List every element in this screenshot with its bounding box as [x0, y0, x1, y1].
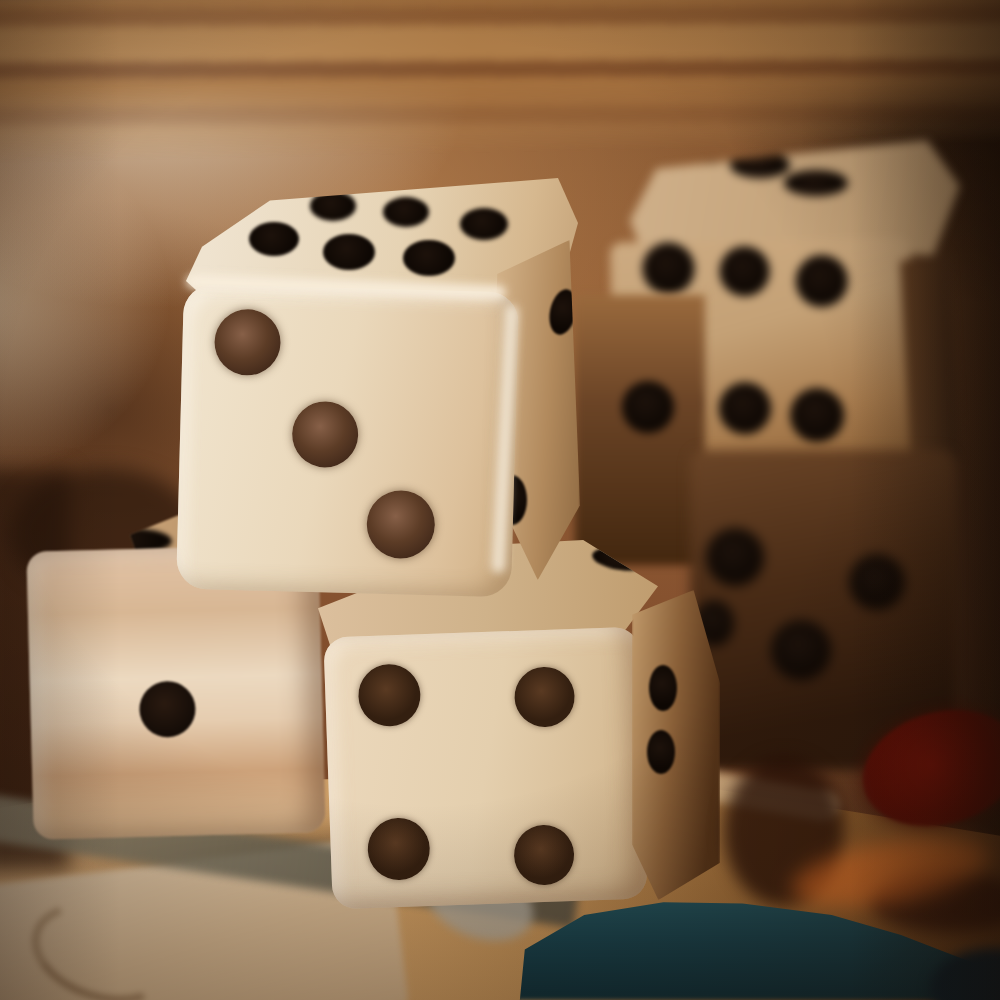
pip [383, 197, 429, 227]
pip [403, 240, 455, 276]
pip [323, 234, 375, 270]
pip [366, 490, 436, 560]
top-die-front-face [176, 284, 519, 598]
pip [546, 287, 581, 337]
pip [249, 222, 299, 256]
disc-hole [849, 692, 1000, 844]
dice-photo-scene [0, 0, 1000, 1000]
pip [310, 191, 356, 221]
pip [214, 308, 282, 376]
pip [460, 208, 508, 240]
disc-rim-glow [787, 826, 994, 920]
pip [291, 401, 359, 469]
